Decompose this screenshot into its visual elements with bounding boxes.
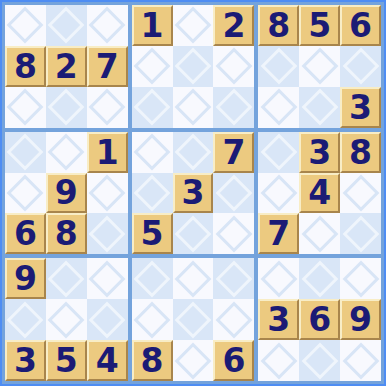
cell-r9c6: 6 <box>213 340 254 381</box>
cell-r7c3[interactable] <box>87 258 128 299</box>
cell-r4c7[interactable] <box>258 132 299 173</box>
cell-r1c6: 2 <box>213 5 254 46</box>
given-digit: 9 <box>14 262 37 295</box>
diamond-pattern <box>134 175 171 212</box>
cell-r2c4[interactable] <box>132 46 173 87</box>
cell-r5c8: 4 <box>299 173 340 214</box>
diamond-pattern <box>215 175 252 212</box>
cell-r5c5: 3 <box>173 173 214 214</box>
cell-r7c2[interactable] <box>46 258 87 299</box>
cell-r5c2: 9 <box>46 173 87 214</box>
cell-r2c6[interactable] <box>213 46 254 87</box>
given-digit: 8 <box>349 136 372 169</box>
given-digit: 6 <box>222 344 245 377</box>
diamond-pattern <box>301 48 338 85</box>
given-digit: 7 <box>267 217 290 250</box>
diamond-pattern <box>175 342 212 379</box>
cell-r4c4[interactable] <box>132 132 173 173</box>
cell-r4c9: 8 <box>340 132 381 173</box>
cell-r3c1[interactable] <box>5 87 46 128</box>
diamond-pattern <box>89 89 126 126</box>
box-1: 827 <box>5 5 128 128</box>
cell-r9c9[interactable] <box>340 340 381 381</box>
diamond-pattern <box>48 7 85 44</box>
cell-r8c1[interactable] <box>5 299 46 340</box>
given-digit: 1 <box>96 136 119 169</box>
cell-r8c2[interactable] <box>46 299 87 340</box>
diamond-pattern <box>260 175 297 212</box>
box-8: 86 <box>132 258 255 381</box>
diamond-pattern <box>134 301 171 338</box>
cell-r7c9[interactable] <box>340 258 381 299</box>
diamond-pattern <box>301 215 338 252</box>
cell-r9c1: 3 <box>5 340 46 381</box>
cell-r5c9[interactable] <box>340 173 381 214</box>
cell-r7c4[interactable] <box>132 258 173 299</box>
diamond-pattern <box>7 301 44 338</box>
diamond-pattern <box>175 215 212 252</box>
diamond-pattern <box>89 7 126 44</box>
given-digit: 5 <box>55 344 78 377</box>
cell-r1c1[interactable] <box>5 5 46 46</box>
given-digit: 3 <box>308 136 331 169</box>
diamond-pattern <box>342 260 379 297</box>
cell-r4c5[interactable] <box>173 132 214 173</box>
cell-r1c4: 1 <box>132 5 173 46</box>
diamond-pattern <box>134 89 171 126</box>
cell-r3c9: 3 <box>340 87 381 128</box>
given-digit: 5 <box>141 217 164 250</box>
given-digit: 9 <box>55 176 78 209</box>
cell-r9c5[interactable] <box>173 340 214 381</box>
cell-r3c7[interactable] <box>258 87 299 128</box>
diamond-pattern <box>260 134 297 171</box>
cell-r4c3: 1 <box>87 132 128 173</box>
given-digit: 4 <box>308 176 331 209</box>
cell-r6c1: 6 <box>5 213 46 254</box>
cell-r3c8[interactable] <box>299 87 340 128</box>
diamond-pattern <box>89 175 126 212</box>
sudoku-board: 82712856319687353847935486369 <box>0 0 386 386</box>
given-digit: 5 <box>308 9 331 42</box>
diamond-pattern <box>260 89 297 126</box>
diamond-pattern <box>175 134 212 171</box>
cell-r6c3[interactable] <box>87 213 128 254</box>
cell-r7c1: 9 <box>5 258 46 299</box>
given-digit: 6 <box>14 217 37 250</box>
cell-r8c7: 3 <box>258 299 299 340</box>
cell-r5c3[interactable] <box>87 173 128 214</box>
given-digit: 3 <box>182 176 205 209</box>
cell-r3c2[interactable] <box>46 87 87 128</box>
diamond-pattern <box>175 7 212 44</box>
cell-r6c5[interactable] <box>173 213 214 254</box>
diamond-pattern <box>215 89 252 126</box>
diamond-pattern <box>342 175 379 212</box>
cell-r6c7: 7 <box>258 213 299 254</box>
diamond-pattern <box>175 89 212 126</box>
cell-r2c2: 2 <box>46 46 87 87</box>
cell-r2c9[interactable] <box>340 46 381 87</box>
given-digit: 8 <box>14 50 37 83</box>
diamond-pattern <box>48 134 85 171</box>
diamond-pattern <box>215 48 252 85</box>
given-digit: 7 <box>96 50 119 83</box>
cell-r9c3: 4 <box>87 340 128 381</box>
cell-r1c3[interactable] <box>87 5 128 46</box>
diamond-pattern <box>301 260 338 297</box>
cell-r2c8[interactable] <box>299 46 340 87</box>
diamond-pattern <box>7 7 44 44</box>
diamond-pattern <box>89 215 126 252</box>
diamond-pattern <box>7 89 44 126</box>
cell-r5c6[interactable] <box>213 173 254 214</box>
diamond-pattern <box>48 89 85 126</box>
cell-r2c5[interactable] <box>173 46 214 87</box>
cell-r2c3: 7 <box>87 46 128 87</box>
box-5: 735 <box>132 132 255 255</box>
cell-r4c8: 3 <box>299 132 340 173</box>
diamond-pattern <box>134 260 171 297</box>
diamond-pattern <box>7 175 44 212</box>
given-digit: 2 <box>55 50 78 83</box>
diamond-pattern <box>89 260 126 297</box>
cell-r8c8: 6 <box>299 299 340 340</box>
diamond-pattern <box>175 48 212 85</box>
diamond-pattern <box>89 301 126 338</box>
cell-r1c8: 5 <box>299 5 340 46</box>
cell-r6c2: 8 <box>46 213 87 254</box>
box-2: 12 <box>132 5 255 128</box>
cell-r2c7[interactable] <box>258 46 299 87</box>
cell-r3c4[interactable] <box>132 87 173 128</box>
diamond-pattern <box>260 260 297 297</box>
diamond-pattern <box>134 48 171 85</box>
diamond-pattern <box>342 215 379 252</box>
cell-r8c5[interactable] <box>173 299 214 340</box>
cell-r1c2[interactable] <box>46 5 87 46</box>
given-digit: 8 <box>55 217 78 250</box>
given-digit: 3 <box>14 344 37 377</box>
cell-r8c3[interactable] <box>87 299 128 340</box>
cell-r4c6: 7 <box>213 132 254 173</box>
given-digit: 9 <box>349 303 372 336</box>
cell-r9c4: 8 <box>132 340 173 381</box>
cell-r6c4: 5 <box>132 213 173 254</box>
box-9: 369 <box>258 258 381 381</box>
cell-r1c9: 6 <box>340 5 381 46</box>
diamond-pattern <box>175 301 212 338</box>
cell-r6c8[interactable] <box>299 213 340 254</box>
diamond-pattern <box>260 342 297 379</box>
cell-r3c3[interactable] <box>87 87 128 128</box>
cell-r9c2: 5 <box>46 340 87 381</box>
cell-r9c8[interactable] <box>299 340 340 381</box>
box-7: 9354 <box>5 258 128 381</box>
given-digit: 2 <box>222 9 245 42</box>
cell-r5c1[interactable] <box>5 173 46 214</box>
given-digit: 6 <box>308 303 331 336</box>
diamond-pattern <box>175 260 212 297</box>
cell-r6c9[interactable] <box>340 213 381 254</box>
cell-r4c1[interactable] <box>5 132 46 173</box>
cell-r3c5[interactable] <box>173 87 214 128</box>
cell-r8c4[interactable] <box>132 299 173 340</box>
given-digit: 4 <box>96 344 119 377</box>
cell-r5c4[interactable] <box>132 173 173 214</box>
cell-r4c2[interactable] <box>46 132 87 173</box>
given-digit: 7 <box>222 136 245 169</box>
given-digit: 8 <box>267 9 290 42</box>
cell-r7c6[interactable] <box>213 258 254 299</box>
given-digit: 8 <box>141 344 164 377</box>
diamond-pattern <box>215 301 252 338</box>
cell-r9c7[interactable] <box>258 340 299 381</box>
given-digit: 6 <box>349 9 372 42</box>
given-digit: 3 <box>349 91 372 124</box>
diamond-pattern <box>260 48 297 85</box>
diamond-pattern <box>215 260 252 297</box>
cell-r1c7: 8 <box>258 5 299 46</box>
given-digit: 1 <box>141 9 164 42</box>
box-6: 3847 <box>258 132 381 255</box>
cell-r3c6[interactable] <box>213 87 254 128</box>
diamond-pattern <box>301 342 338 379</box>
cell-r6c6[interactable] <box>213 213 254 254</box>
box-4: 1968 <box>5 132 128 255</box>
diamond-pattern <box>134 134 171 171</box>
cell-r8c9: 9 <box>340 299 381 340</box>
diamond-pattern <box>342 48 379 85</box>
cell-r7c8[interactable] <box>299 258 340 299</box>
cell-r1c5[interactable] <box>173 5 214 46</box>
cell-r5c7[interactable] <box>258 173 299 214</box>
cell-r7c7[interactable] <box>258 258 299 299</box>
cell-r8c6[interactable] <box>213 299 254 340</box>
cell-r7c5[interactable] <box>173 258 214 299</box>
diamond-pattern <box>48 260 85 297</box>
cell-r2c1: 8 <box>5 46 46 87</box>
diamond-pattern <box>301 89 338 126</box>
given-digit: 3 <box>267 303 290 336</box>
diamond-pattern <box>342 342 379 379</box>
box-3: 8563 <box>258 5 381 128</box>
diamond-pattern <box>215 215 252 252</box>
diamond-pattern <box>7 134 44 171</box>
diamond-pattern <box>48 301 85 338</box>
